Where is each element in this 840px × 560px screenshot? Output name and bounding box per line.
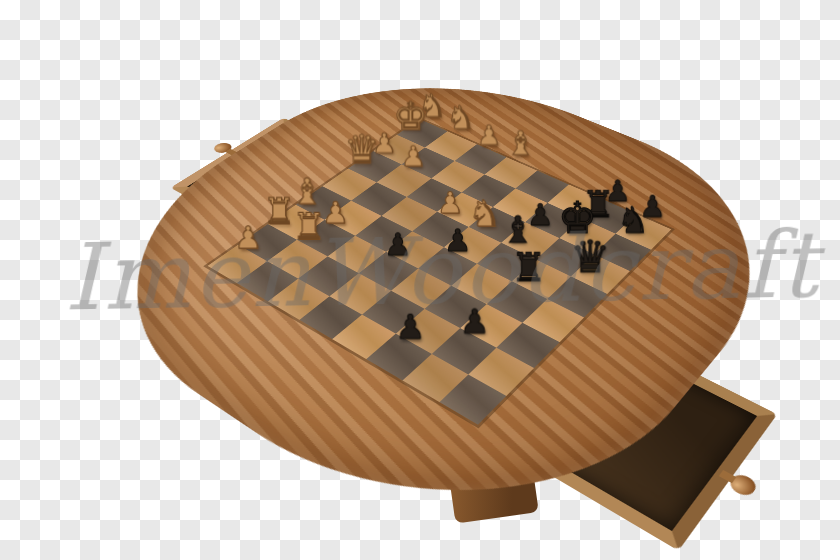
rook-glyph: ♜ [292, 209, 325, 245]
pawn-glyph: ♟ [460, 306, 490, 339]
product-photo-canvas: { "game": "chess", "scene_description": … [0, 0, 840, 560]
pawn-glyph: ♟ [234, 222, 261, 253]
lower-right-drawer-knob[interactable] [726, 471, 759, 499]
pawn-glyph: ♟ [395, 311, 425, 345]
tilted-table-plane: ♟♜♝♛♟♚♞♜♟♟♞♟♝♟♞♟♟♟♝♟♟♜♚♜♟♛♞♟ [97, 73, 771, 531]
pawn-glyph: ♟ [384, 229, 412, 260]
rook-glyph: ♜ [511, 248, 546, 287]
queen-glyph: ♛ [571, 236, 611, 280]
bishop-glyph: ♝ [501, 212, 534, 249]
pawn-glyph: ♟ [444, 225, 471, 256]
chess-table-scene: ♟♜♝♛♟♚♞♜♟♟♞♟♝♟♞♟♟♟♝♟♟♜♚♜♟♛♞♟ [204, 8, 684, 488]
knight-glyph: ♞ [617, 203, 649, 239]
